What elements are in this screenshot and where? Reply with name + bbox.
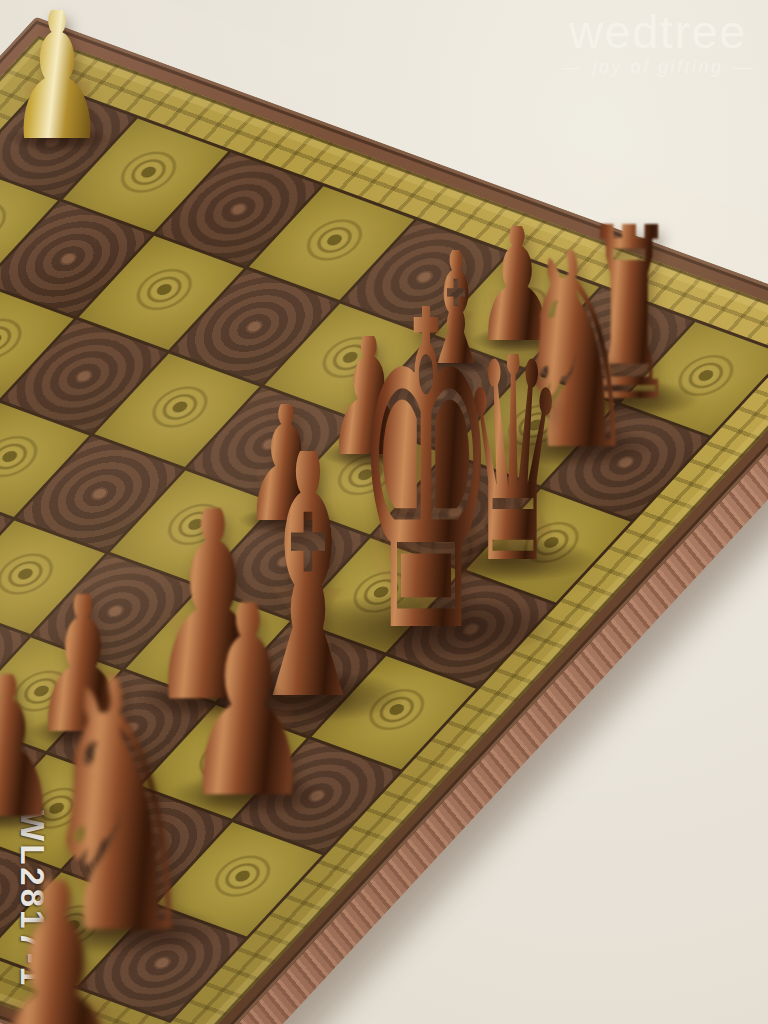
- tagline-left-dash: —: [562, 57, 583, 78]
- brand-tagline: — joy of gifting —: [562, 57, 754, 78]
- product-photo-stage: ♟♟♟♟♝♝♜♜♞♞♟♟♟♟♛♛♚♚♝♝♟♟♟♟♟♟♟♟♞♞♟♟ wedtree…: [0, 0, 768, 1024]
- tagline-text: joy of gifting: [592, 57, 723, 78]
- product-code-watermark: WL2817-1: [12, 810, 52, 988]
- tagline-right-dash: —: [734, 57, 755, 78]
- brand-logo: wedtree — joy of gifting —: [562, 8, 754, 78]
- brand-logo-text: wedtree: [562, 8, 754, 55]
